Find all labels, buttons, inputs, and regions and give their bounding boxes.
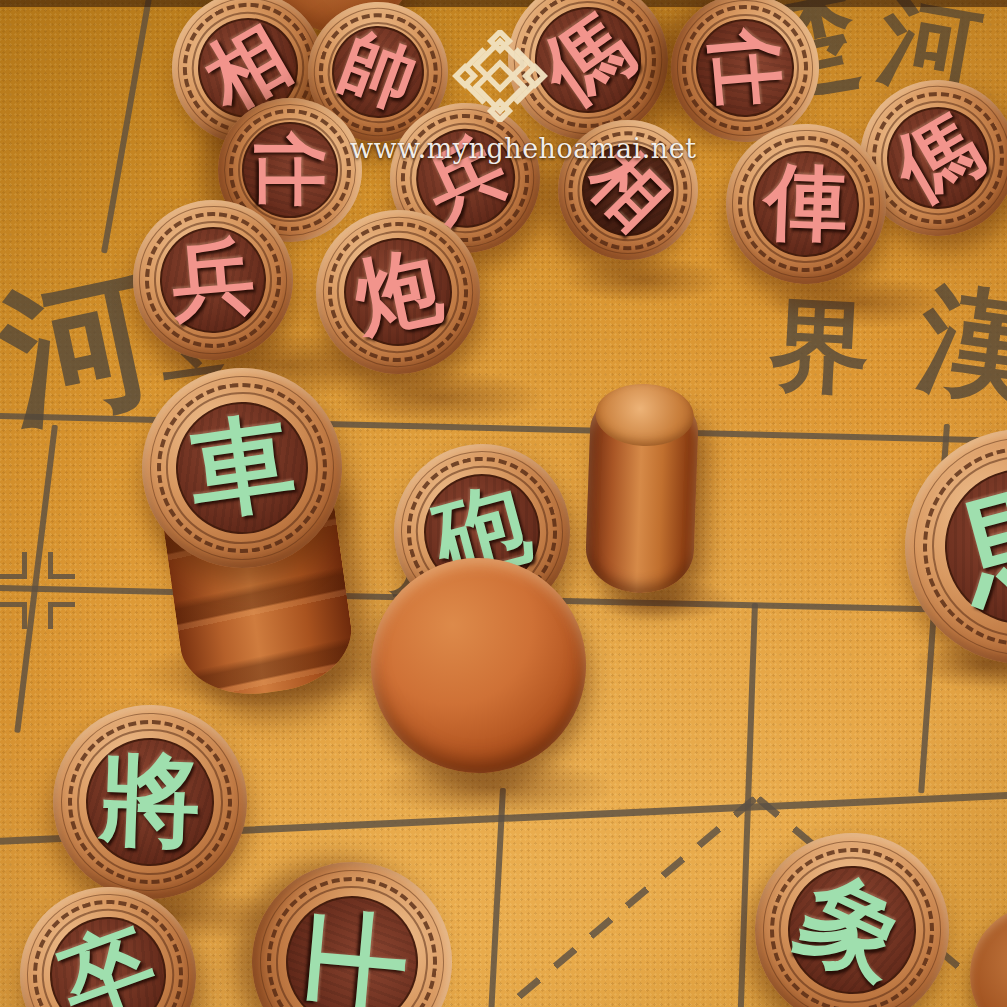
xiangqi-piece-red-pao[interactable]: 炮 — [301, 195, 496, 390]
xiangqi-piece-piece-on-edge[interactable] — [584, 386, 699, 595]
piece-character: 車 — [181, 391, 303, 544]
point-marker-ne — [48, 552, 75, 579]
point-marker-sw — [0, 602, 27, 629]
piece-character: 士 — [278, 904, 427, 1007]
xiangqi-piece-green-ju-stack[interactable]: 車 — [129, 355, 355, 581]
point-marker-nw — [0, 552, 27, 579]
xiangqi-piece-red-ju[interactable]: 俥 — [723, 121, 888, 286]
xiangqi-piece-corner-sliver[interactable] — [970, 905, 1007, 1007]
xiangqi-piece-red-bing-2[interactable]: 兵 — [126, 193, 299, 366]
point-marker-se — [48, 602, 75, 629]
watermark-url: www.mynghehoamai.net — [350, 133, 660, 164]
endless-knot-logo-icon — [452, 30, 548, 122]
piece-inner-circle: 俥 — [751, 149, 860, 258]
photo-top-edge — [0, 0, 1007, 7]
piece-partial-edge — [970, 905, 1007, 1007]
piece-character: 俥 — [763, 147, 850, 262]
piece-character: 將 — [97, 732, 203, 871]
photo-stage: 河之界漢楚河丿 相帥傌仕傌仕兵相俥兵炮車砲馬將卒士象 www.mynghehoa… — [0, 0, 1007, 1007]
piece-character: 兵 — [167, 221, 259, 340]
piece-inner-circle: 將 — [84, 736, 216, 868]
piece-blank-back — [360, 547, 596, 783]
piece-character: 仕 — [690, 25, 800, 111]
xiangqi-piece-green-shi[interactable]: 士 — [244, 854, 461, 1007]
xiangqi-piece-piece-face-down[interactable] — [360, 547, 596, 783]
